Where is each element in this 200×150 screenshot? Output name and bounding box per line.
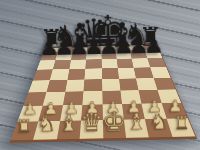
white-bishop[interactable]: ♝ xyxy=(127,111,147,133)
white-rook[interactable]: ♜ xyxy=(174,114,191,132)
white-queen[interactable]: ♛ xyxy=(80,110,103,135)
black-pawn[interactable]: ♟ xyxy=(143,34,164,57)
white-knight[interactable]: ♞ xyxy=(37,114,56,135)
chess-photo: ♜♞♝♛♚♝♞♜♟♟♟♟♟♟♟♟♟♟♟♟♟♟♟♟♜♞♝♛♚♝♞♜ xyxy=(0,0,200,150)
board-scene: ♜♞♝♛♚♝♞♜♟♟♟♟♟♟♟♟♟♟♟♟♟♟♟♟♜♞♝♛♚♝♞♜ xyxy=(0,0,200,150)
white-rook[interactable]: ♜ xyxy=(16,117,33,135)
white-bishop[interactable]: ♝ xyxy=(59,113,79,135)
white-king[interactable]: ♚ xyxy=(102,107,127,135)
pieces-layer: ♜♞♝♛♚♝♞♜♟♟♟♟♟♟♟♟♟♟♟♟♟♟♟♟♜♞♝♛♚♝♞♜ xyxy=(0,0,200,150)
white-knight[interactable]: ♞ xyxy=(150,112,169,133)
